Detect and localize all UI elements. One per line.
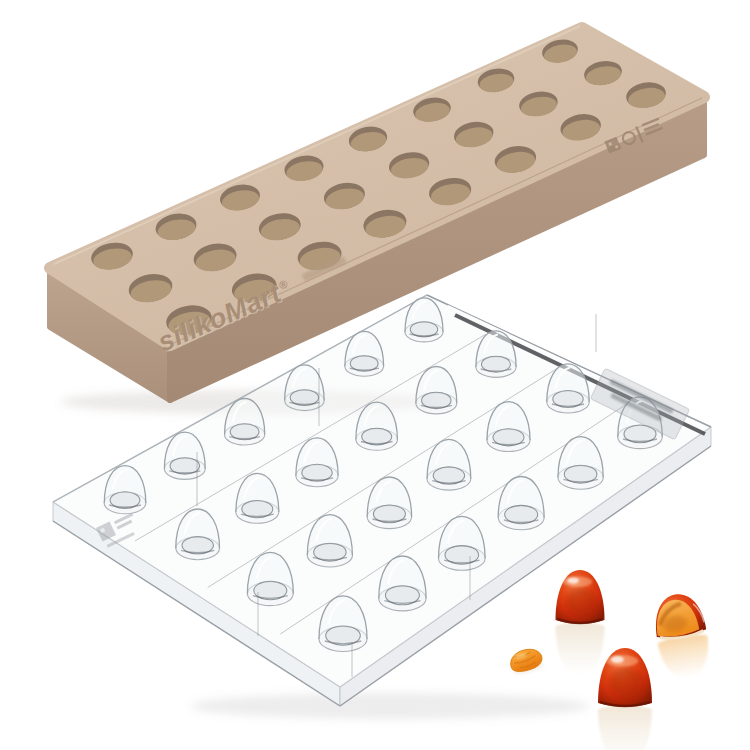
chocolate-egg (556, 570, 605, 676)
egg-specular-highlight (611, 656, 624, 663)
egg-marbling (566, 588, 595, 616)
chocolate-crumb (508, 646, 545, 675)
chocolate-egg (598, 648, 652, 750)
egg-marbling (610, 668, 642, 698)
chocolate-eggs (508, 570, 713, 750)
scene-svg: silikoMart silikoMart® (0, 0, 750, 750)
crumb-body (508, 646, 544, 674)
half-cut-egg (651, 591, 714, 682)
egg-reflection (556, 622, 605, 676)
egg-specular-highlight (567, 577, 579, 583)
egg-reflection (598, 705, 652, 750)
mould-soft-shadow (190, 693, 590, 719)
product-photo: silikoMart silikoMart® (0, 0, 750, 750)
